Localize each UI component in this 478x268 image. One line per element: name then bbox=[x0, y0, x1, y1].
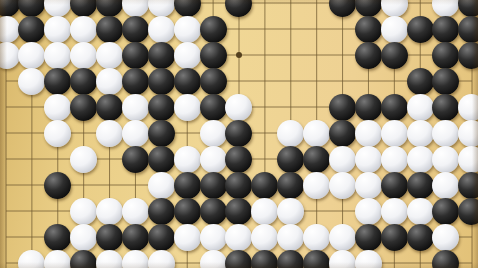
stone-black bbox=[148, 42, 175, 69]
board-intersection bbox=[97, 120, 123, 146]
board-intersection bbox=[329, 198, 355, 224]
stone-white bbox=[225, 94, 252, 121]
board-intersection bbox=[97, 94, 123, 120]
stone-white bbox=[148, 0, 175, 17]
board-intersection bbox=[71, 68, 97, 94]
board-intersection bbox=[459, 0, 478, 16]
board-intersection bbox=[0, 0, 19, 16]
board-intersection bbox=[0, 172, 19, 198]
stone-white bbox=[44, 94, 71, 121]
stone-white bbox=[277, 198, 304, 225]
stone-white bbox=[381, 16, 408, 43]
board-intersection bbox=[174, 250, 200, 268]
board-intersection bbox=[304, 250, 330, 268]
board-intersection bbox=[226, 0, 252, 16]
board-intersection bbox=[71, 146, 97, 172]
board-intersection bbox=[433, 224, 459, 250]
board-intersection bbox=[329, 68, 355, 94]
board-intersection bbox=[459, 42, 478, 68]
board-intersection bbox=[174, 172, 200, 198]
board-intersection bbox=[71, 0, 97, 16]
board-intersection bbox=[278, 68, 304, 94]
stone-white bbox=[174, 94, 201, 121]
board-intersection bbox=[45, 68, 71, 94]
board-intersection bbox=[174, 198, 200, 224]
board-intersection bbox=[252, 250, 278, 268]
stone-black bbox=[432, 94, 459, 121]
board-intersection bbox=[200, 0, 226, 16]
board-intersection bbox=[45, 146, 71, 172]
board-intersection bbox=[433, 42, 459, 68]
stone-white bbox=[407, 146, 434, 173]
stone-black bbox=[251, 172, 278, 199]
board-intersection bbox=[45, 120, 71, 146]
board-intersection bbox=[200, 94, 226, 120]
board-intersection bbox=[433, 16, 459, 42]
board-intersection bbox=[459, 146, 478, 172]
board-intersection bbox=[148, 0, 174, 16]
board-intersection bbox=[122, 224, 148, 250]
stone-black bbox=[174, 198, 201, 225]
board-intersection bbox=[252, 0, 278, 16]
board-intersection bbox=[278, 0, 304, 16]
board-intersection bbox=[148, 224, 174, 250]
board-intersection bbox=[329, 16, 355, 42]
board-intersection bbox=[278, 224, 304, 250]
board-intersection bbox=[97, 146, 123, 172]
stone-black bbox=[432, 198, 459, 225]
stone-black bbox=[407, 68, 434, 95]
board-intersection bbox=[122, 68, 148, 94]
stone-black bbox=[122, 146, 149, 173]
board-intersection bbox=[45, 224, 71, 250]
board-intersection bbox=[71, 42, 97, 68]
stone-black bbox=[148, 146, 175, 173]
stone-white bbox=[432, 146, 459, 173]
stone-black bbox=[96, 94, 123, 121]
board-intersection bbox=[278, 250, 304, 268]
stone-white bbox=[70, 146, 97, 173]
stone-white bbox=[18, 68, 45, 95]
board-intersection bbox=[71, 120, 97, 146]
stone-white bbox=[122, 0, 149, 17]
stone-white bbox=[174, 146, 201, 173]
stone-black bbox=[458, 16, 478, 43]
board-intersection bbox=[71, 224, 97, 250]
stone-black bbox=[225, 172, 252, 199]
board-intersection bbox=[304, 68, 330, 94]
stone-white bbox=[96, 198, 123, 225]
stone-white bbox=[432, 224, 459, 251]
stone-white bbox=[200, 224, 227, 251]
stone-black bbox=[44, 224, 71, 251]
board-intersection bbox=[381, 0, 407, 16]
board-intersection bbox=[45, 250, 71, 268]
board-intersection bbox=[200, 68, 226, 94]
board-intersection bbox=[329, 94, 355, 120]
stone-black bbox=[329, 94, 356, 121]
stone-white bbox=[381, 146, 408, 173]
board-intersection bbox=[19, 68, 45, 94]
board-intersection bbox=[226, 198, 252, 224]
stone-black bbox=[407, 172, 434, 199]
board-intersection bbox=[19, 198, 45, 224]
board-intersection bbox=[459, 224, 478, 250]
board-intersection bbox=[459, 120, 478, 146]
board-intersection bbox=[407, 224, 433, 250]
board-intersection bbox=[252, 16, 278, 42]
stone-black bbox=[432, 68, 459, 95]
stone-white bbox=[355, 120, 382, 147]
stone-black bbox=[432, 16, 459, 43]
stone-white bbox=[122, 94, 149, 121]
stone-white bbox=[174, 16, 201, 43]
stone-white bbox=[148, 16, 175, 43]
board-intersection bbox=[148, 172, 174, 198]
stone-white bbox=[355, 172, 382, 199]
stone-black bbox=[381, 42, 408, 69]
board-intersection bbox=[304, 172, 330, 198]
stone-black bbox=[277, 172, 304, 199]
stone-black bbox=[122, 16, 149, 43]
board-intersection bbox=[19, 146, 45, 172]
stone-white bbox=[329, 172, 356, 199]
stone-black bbox=[18, 0, 45, 17]
board-intersection bbox=[226, 250, 252, 268]
stone-black bbox=[200, 172, 227, 199]
stone-white bbox=[122, 250, 149, 268]
board-intersection bbox=[45, 94, 71, 120]
board-intersection bbox=[0, 224, 19, 250]
stone-white bbox=[381, 120, 408, 147]
board-intersection bbox=[200, 250, 226, 268]
board-intersection bbox=[226, 172, 252, 198]
board-intersection bbox=[329, 250, 355, 268]
stone-black bbox=[0, 0, 20, 17]
board-intersection bbox=[278, 16, 304, 42]
board-intersection bbox=[19, 42, 45, 68]
board-intersection bbox=[148, 94, 174, 120]
stone-black bbox=[458, 0, 478, 17]
board-intersection bbox=[19, 120, 45, 146]
board-intersection bbox=[433, 94, 459, 120]
board-intersection bbox=[329, 172, 355, 198]
stone-black bbox=[458, 42, 478, 69]
stone-black bbox=[70, 94, 97, 121]
board-intersection bbox=[355, 0, 381, 16]
board-intersection bbox=[19, 172, 45, 198]
stone-black bbox=[122, 68, 149, 95]
board-intersection bbox=[459, 172, 478, 198]
stone-white bbox=[355, 198, 382, 225]
board-intersection bbox=[97, 198, 123, 224]
board-intersection bbox=[122, 16, 148, 42]
board-intersection bbox=[200, 172, 226, 198]
stone-black bbox=[44, 68, 71, 95]
board-intersection bbox=[174, 224, 200, 250]
stone-black bbox=[174, 172, 201, 199]
board-intersection bbox=[459, 16, 478, 42]
board-intersection bbox=[355, 250, 381, 268]
board-intersection bbox=[200, 198, 226, 224]
board-intersection bbox=[0, 42, 19, 68]
board-intersection bbox=[122, 250, 148, 268]
board-intersection bbox=[0, 120, 19, 146]
board-intersection bbox=[71, 250, 97, 268]
board-intersection bbox=[355, 16, 381, 42]
board-intersection bbox=[433, 250, 459, 268]
stone-white bbox=[432, 120, 459, 147]
board-intersection bbox=[278, 120, 304, 146]
stone-black bbox=[96, 224, 123, 251]
board-intersection bbox=[278, 146, 304, 172]
stone-white bbox=[0, 16, 20, 43]
stone-white bbox=[174, 224, 201, 251]
board-intersection bbox=[200, 224, 226, 250]
board-intersection bbox=[381, 250, 407, 268]
stone-white bbox=[148, 250, 175, 268]
board-intersection bbox=[278, 94, 304, 120]
board-intersection bbox=[226, 16, 252, 42]
board-intersection bbox=[148, 68, 174, 94]
board-intersection bbox=[304, 224, 330, 250]
stone-black bbox=[200, 94, 227, 121]
board-intersection bbox=[0, 198, 19, 224]
stone-white bbox=[96, 250, 123, 268]
board-intersection bbox=[45, 172, 71, 198]
board-intersection bbox=[19, 0, 45, 16]
board-intersection bbox=[407, 146, 433, 172]
stone-white bbox=[407, 120, 434, 147]
stone-white bbox=[96, 68, 123, 95]
board-intersection bbox=[252, 120, 278, 146]
stone-black bbox=[200, 68, 227, 95]
board-intersection bbox=[19, 94, 45, 120]
stone-black bbox=[251, 250, 278, 268]
board-intersection bbox=[0, 146, 19, 172]
board-intersection bbox=[355, 198, 381, 224]
stone-white bbox=[200, 250, 227, 268]
board-intersection bbox=[407, 172, 433, 198]
board-intersection bbox=[459, 94, 478, 120]
stone-white bbox=[432, 172, 459, 199]
board-intersection bbox=[407, 198, 433, 224]
stone-white bbox=[44, 0, 71, 17]
go-board bbox=[0, 0, 478, 268]
stone-black bbox=[200, 198, 227, 225]
board-intersection bbox=[304, 120, 330, 146]
board-intersection bbox=[381, 224, 407, 250]
board-intersection bbox=[97, 0, 123, 16]
board-intersection bbox=[252, 172, 278, 198]
stone-white bbox=[70, 16, 97, 43]
stone-white bbox=[96, 42, 123, 69]
board-intersection bbox=[381, 146, 407, 172]
stone-black bbox=[303, 250, 330, 268]
stone-white bbox=[303, 172, 330, 199]
board-intersection bbox=[252, 198, 278, 224]
board-intersection bbox=[200, 120, 226, 146]
stone-white bbox=[200, 120, 227, 147]
board-intersection bbox=[252, 224, 278, 250]
board-intersection bbox=[459, 68, 478, 94]
board-intersection bbox=[45, 0, 71, 16]
stone-black bbox=[148, 94, 175, 121]
stone-black bbox=[277, 250, 304, 268]
board-intersection bbox=[122, 172, 148, 198]
board-intersection bbox=[0, 94, 19, 120]
board-intersection bbox=[355, 224, 381, 250]
board-intersection bbox=[71, 94, 97, 120]
board-intersection bbox=[148, 16, 174, 42]
go-broadcast-frame bbox=[0, 0, 478, 268]
stone-black bbox=[381, 172, 408, 199]
stone-white bbox=[70, 198, 97, 225]
stone-black bbox=[70, 0, 97, 17]
board-intersection bbox=[174, 146, 200, 172]
stone-white bbox=[407, 198, 434, 225]
stone-black bbox=[407, 224, 434, 251]
stone-white bbox=[0, 42, 20, 69]
board-intersection bbox=[226, 224, 252, 250]
board-intersection bbox=[122, 146, 148, 172]
board-intersection bbox=[433, 146, 459, 172]
board-intersection bbox=[433, 0, 459, 16]
board-intersection bbox=[329, 146, 355, 172]
board-intersection bbox=[174, 68, 200, 94]
board-intersection bbox=[122, 94, 148, 120]
board-intersection bbox=[355, 42, 381, 68]
stone-black bbox=[122, 42, 149, 69]
stone-black bbox=[96, 16, 123, 43]
stone-black bbox=[458, 172, 478, 199]
board-intersection bbox=[148, 42, 174, 68]
board-intersection bbox=[329, 120, 355, 146]
board-intersection bbox=[200, 146, 226, 172]
stone-black bbox=[355, 42, 382, 69]
stone-white bbox=[70, 224, 97, 251]
board-intersection bbox=[97, 172, 123, 198]
board-intersection bbox=[0, 16, 19, 42]
stone-layer bbox=[0, 0, 478, 268]
board-intersection bbox=[148, 120, 174, 146]
stone-white bbox=[251, 198, 278, 225]
stone-white bbox=[329, 250, 356, 268]
board-intersection bbox=[200, 42, 226, 68]
board-intersection bbox=[407, 0, 433, 16]
stone-white bbox=[407, 94, 434, 121]
stone-white bbox=[458, 94, 478, 121]
board-intersection bbox=[174, 42, 200, 68]
board-intersection bbox=[381, 120, 407, 146]
board-intersection bbox=[19, 16, 45, 42]
board-intersection bbox=[381, 16, 407, 42]
board-intersection bbox=[407, 120, 433, 146]
board-intersection bbox=[381, 42, 407, 68]
board-intersection bbox=[252, 94, 278, 120]
board-intersection bbox=[71, 198, 97, 224]
board-intersection bbox=[407, 250, 433, 268]
stone-black bbox=[18, 16, 45, 43]
stone-white bbox=[355, 146, 382, 173]
stone-black bbox=[44, 172, 71, 199]
board-intersection bbox=[97, 224, 123, 250]
board-intersection bbox=[355, 146, 381, 172]
board-intersection bbox=[304, 0, 330, 16]
board-intersection bbox=[304, 94, 330, 120]
board-intersection bbox=[407, 94, 433, 120]
board-intersection bbox=[97, 68, 123, 94]
board-intersection bbox=[355, 120, 381, 146]
board-intersection bbox=[407, 42, 433, 68]
stone-black bbox=[355, 224, 382, 251]
stone-black bbox=[70, 250, 97, 268]
stone-black bbox=[70, 68, 97, 95]
stone-white bbox=[44, 250, 71, 268]
stone-white bbox=[18, 42, 45, 69]
board-intersection bbox=[226, 68, 252, 94]
stone-black bbox=[381, 94, 408, 121]
board-intersection bbox=[329, 0, 355, 16]
stone-white bbox=[70, 42, 97, 69]
board-intersection bbox=[226, 120, 252, 146]
stone-white bbox=[458, 120, 478, 147]
board-intersection bbox=[122, 42, 148, 68]
stone-black bbox=[122, 224, 149, 251]
stone-black bbox=[174, 0, 201, 17]
board-intersection bbox=[329, 224, 355, 250]
stone-white bbox=[200, 146, 227, 173]
board-intersection bbox=[278, 42, 304, 68]
board-intersection bbox=[381, 198, 407, 224]
board-intersection bbox=[0, 68, 19, 94]
stone-black bbox=[355, 16, 382, 43]
board-intersection bbox=[174, 0, 200, 16]
stone-white bbox=[432, 0, 459, 17]
board-intersection bbox=[355, 68, 381, 94]
board-intersection bbox=[407, 68, 433, 94]
board-intersection bbox=[329, 42, 355, 68]
board-intersection bbox=[226, 146, 252, 172]
board-intersection bbox=[278, 172, 304, 198]
stone-black bbox=[432, 250, 459, 268]
board-intersection bbox=[407, 16, 433, 42]
stone-black bbox=[225, 146, 252, 173]
board-intersection bbox=[174, 16, 200, 42]
board-intersection bbox=[304, 198, 330, 224]
stone-black bbox=[96, 0, 123, 17]
board-intersection bbox=[252, 68, 278, 94]
stone-black bbox=[148, 224, 175, 251]
stone-white bbox=[381, 0, 408, 17]
stone-black bbox=[355, 94, 382, 121]
board-intersection bbox=[71, 16, 97, 42]
stone-black bbox=[458, 198, 478, 225]
board-intersection bbox=[174, 120, 200, 146]
board-intersection bbox=[97, 42, 123, 68]
stone-black bbox=[432, 42, 459, 69]
board-intersection bbox=[45, 16, 71, 42]
stone-white bbox=[148, 172, 175, 199]
stone-white bbox=[329, 224, 356, 251]
stone-black bbox=[148, 120, 175, 147]
board-intersection bbox=[148, 198, 174, 224]
board-intersection bbox=[381, 94, 407, 120]
stone-black bbox=[355, 0, 382, 17]
board-intersection bbox=[174, 94, 200, 120]
board-intersection bbox=[200, 16, 226, 42]
stone-white bbox=[174, 42, 201, 69]
